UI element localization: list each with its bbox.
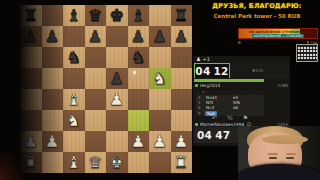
square-a2[interactable]: ♟	[20, 131, 42, 152]
square-f1[interactable]	[128, 152, 150, 173]
square-g5[interactable]: ♞	[149, 68, 171, 89]
opponent-clock-strip: 04 12 #131	[194, 63, 289, 79]
square-d3[interactable]	[85, 110, 107, 131]
piece-black-knight: ♞	[131, 47, 146, 68]
square-g4[interactable]	[149, 89, 171, 110]
move-row-6: 6Nc3a6	[196, 105, 264, 110]
square-a4[interactable]	[20, 89, 42, 110]
square-b2[interactable]: ♟	[42, 131, 64, 152]
square-d8[interactable]: ♛	[85, 5, 107, 26]
eyebrow	[286, 153, 296, 155]
piece-white-rook: ♜	[174, 152, 189, 173]
piece-white-pawn: ♟	[152, 131, 167, 152]
square-b4[interactable]	[42, 89, 64, 110]
square-f4[interactable]	[128, 89, 150, 110]
piece-black-pawn: ♟	[131, 26, 146, 47]
online-dot	[195, 123, 198, 126]
square-b5[interactable]	[42, 68, 64, 89]
piece-black-bishop: ♝	[66, 5, 81, 26]
square-d5[interactable]	[85, 68, 107, 89]
mouse-cursor	[133, 71, 136, 74]
square-g8[interactable]	[149, 5, 171, 26]
donation-title: ДРУЗЬЯ, БЛАГОДАРЮ:	[196, 2, 318, 10]
square-d7[interactable]: ♟	[85, 26, 107, 47]
draw-offer-button[interactable]: ½	[227, 115, 233, 121]
eyebrow	[268, 153, 278, 155]
square-g2[interactable]: ♟	[149, 131, 171, 152]
square-e4[interactable]: ♟	[106, 89, 128, 110]
piece-white-bishop: ♝	[66, 152, 81, 173]
piece-black-bishop: ♝	[131, 5, 146, 26]
donation-progress-bar: НА ОБНОВЛЕНИЕ СТРИМОВОГО ОБОРУДОВАНИЯ — …	[238, 28, 318, 39]
online-dot	[195, 84, 198, 87]
square-h5[interactable]	[171, 68, 193, 89]
piece-black-knight: ♞	[66, 47, 81, 68]
square-h2[interactable]: ♟	[171, 131, 193, 152]
game-action-buttons: ↶½⚑	[196, 115, 264, 121]
square-a5[interactable]	[20, 68, 42, 89]
stream-screenshot: ♜♝♛♚♝♜♟♟♟♟♟♟♞♞♟♞♝♟♞♟♟♟♟♟♜♝♛♚♜ ДРУЗЬЯ, БЛ…	[0, 0, 320, 180]
move-number: 6	[196, 105, 205, 110]
square-g7[interactable]: ♟	[149, 26, 171, 47]
move-number: 4	[196, 95, 205, 100]
square-h6[interactable]	[171, 47, 193, 68]
piece-white-pawn: ♟	[23, 131, 38, 152]
square-e6[interactable]	[106, 47, 128, 68]
piece-black-pawn: ♟	[88, 26, 103, 47]
square-g3[interactable]	[149, 110, 171, 131]
active-turn-bar	[194, 79, 264, 82]
takeback-button[interactable]: ↶	[212, 115, 217, 121]
square-b3[interactable]	[42, 110, 64, 131]
white-move[interactable]: Nc3	[205, 105, 232, 110]
piece-black-pawn: ♟	[109, 68, 124, 89]
square-c5[interactable]	[63, 68, 85, 89]
square-f7[interactable]: ♟	[128, 26, 150, 47]
piece-white-pawn: ♟	[109, 89, 124, 110]
square-h3[interactable]	[171, 110, 193, 131]
piece-black-rook: ♜	[174, 5, 189, 26]
progress-scale-min: 0	[238, 40, 241, 45]
square-h1[interactable]: ♜	[171, 152, 193, 173]
piece-black-queen: ♛	[88, 5, 103, 26]
material-advantage: +1	[203, 56, 210, 62]
square-e7[interactable]	[106, 26, 128, 47]
square-a6[interactable]	[20, 47, 42, 68]
piece-white-knight: ♞	[152, 68, 167, 89]
donation-bar-text-2: ОБОРУДОВАНИЯ — СПАСИБО	[252, 34, 305, 38]
square-b6[interactable]	[42, 47, 64, 68]
square-c6[interactable]: ♞	[63, 47, 85, 68]
square-g1[interactable]	[149, 152, 171, 173]
square-f8[interactable]: ♝	[128, 5, 150, 26]
streamer-shirt	[238, 164, 320, 180]
square-e1[interactable]: ♚	[106, 152, 128, 173]
eye	[286, 157, 294, 159]
square-c1[interactable]: ♝	[63, 152, 85, 173]
square-b7[interactable]: ♟	[42, 26, 64, 47]
piece-black-pawn: ♟	[45, 26, 60, 47]
square-d2[interactable]	[85, 131, 107, 152]
move-list[interactable]: #····4Nxd4e55Nf3Nf66Nc3a67Ng5	[196, 90, 264, 117]
square-a3[interactable]	[20, 110, 42, 131]
square-e3[interactable]	[106, 110, 128, 131]
opponent-name: lexg2014	[200, 83, 220, 88]
black-move[interactable]: Nf6	[232, 100, 259, 105]
square-e2[interactable]	[106, 131, 128, 152]
piece-white-rook: ♜	[23, 152, 38, 173]
square-h4[interactable]	[171, 89, 193, 110]
square-f3[interactable]	[128, 110, 150, 131]
piece-white-bishop: ♝	[66, 89, 81, 110]
square-g6[interactable]	[149, 47, 171, 68]
square-e5[interactable]: ♟	[106, 68, 128, 89]
piece-white-queen: ♛	[88, 152, 103, 173]
piece-white-knight: ♞	[66, 110, 81, 131]
game-number-tag: #131	[252, 68, 264, 73]
white-move[interactable]: Nxd4	[205, 95, 232, 100]
square-d1[interactable]: ♛	[85, 152, 107, 173]
move-row-5: 5Nf3Nf6	[196, 100, 264, 105]
square-d6[interactable]	[85, 47, 107, 68]
black-move[interactable]: e5	[232, 95, 259, 100]
square-f5[interactable]	[128, 68, 150, 89]
captured-pawn-icon: ♟	[196, 56, 201, 62]
piece-black-pawn: ♟	[152, 26, 167, 47]
piece-white-pawn: ♟	[45, 131, 60, 152]
white-move[interactable]: Nf3	[205, 100, 232, 105]
eye	[269, 157, 277, 159]
square-b8[interactable]	[42, 5, 64, 26]
piece-white-pawn: ♟	[131, 131, 146, 152]
square-h8[interactable]: ♜	[171, 5, 193, 26]
square-h7[interactable]: ♟	[171, 26, 193, 47]
piece-black-pawn: ♟	[23, 26, 38, 47]
square-f6[interactable]: ♞	[128, 47, 150, 68]
piece-black-king: ♚	[109, 5, 124, 26]
resign-flag-button[interactable]: ⚑	[243, 115, 248, 121]
opponent-rating: 2289	[277, 83, 288, 88]
square-c7[interactable]	[63, 26, 85, 47]
square-a7[interactable]: ♟	[20, 26, 42, 47]
piece-black-rook: ♜	[23, 5, 38, 26]
square-e8[interactable]: ♚	[106, 5, 128, 26]
square-c2[interactable]	[63, 131, 85, 152]
black-move[interactable]: a6	[232, 105, 259, 110]
move-number: 5	[196, 100, 205, 105]
square-a1[interactable]: ♜	[20, 152, 42, 173]
move-row-4: 4Nxd4e5	[196, 95, 264, 100]
donation-qr-code	[296, 44, 318, 62]
webcam-view	[238, 126, 320, 180]
square-a8[interactable]: ♜	[20, 5, 42, 26]
piece-white-king: ♚	[109, 152, 124, 173]
donation-goal-label: Central Park tower - 50 RUB	[196, 13, 318, 19]
square-f2[interactable]: ♟	[128, 131, 150, 152]
square-c8[interactable]: ♝	[63, 5, 85, 26]
piece-black-pawn: ♟	[174, 26, 189, 47]
square-c4[interactable]: ♝	[63, 89, 85, 110]
chess-board[interactable]: ♜♝♛♚♝♜♟♟♟♟♟♟♞♞♟♞♝♟♞♟♟♟♟♟♜♝♛♚♜	[20, 5, 192, 173]
piece-white-pawn: ♟	[174, 131, 189, 152]
opponent-clock: 04 12	[194, 63, 230, 78]
square-c3[interactable]: ♞	[63, 110, 85, 131]
square-b1[interactable]	[42, 152, 64, 173]
square-d4[interactable]	[85, 89, 107, 110]
